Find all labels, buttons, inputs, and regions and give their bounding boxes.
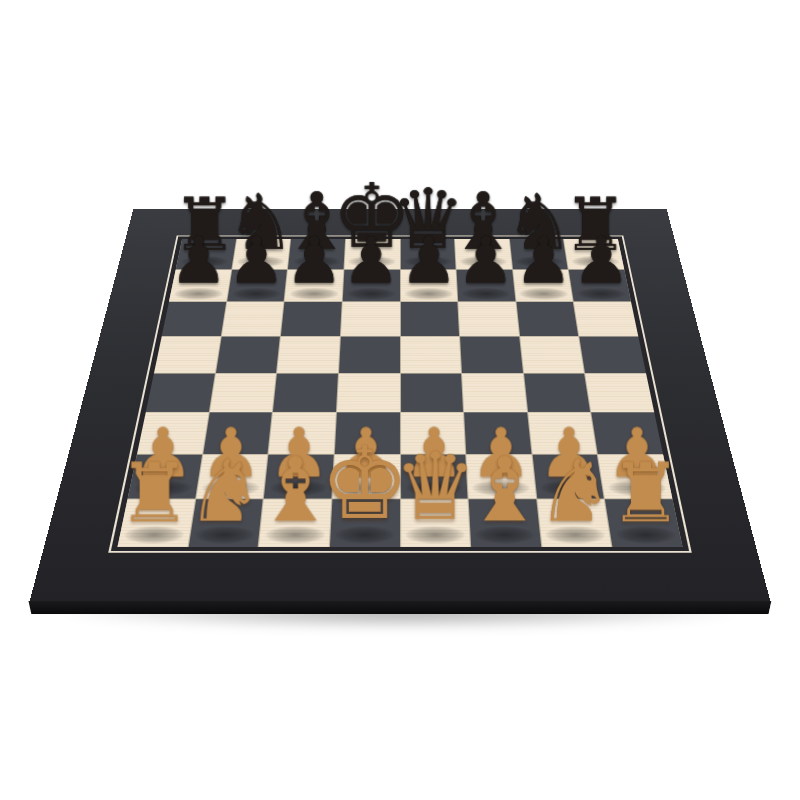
square-r2c7 (574, 302, 638, 336)
black-pawn: ♟ (285, 228, 343, 293)
square-r1c3: ♟ (343, 270, 400, 302)
chess-board-grid: ♜♞♝♚♛♝♞♜♟♟♟♟♟♟♟♟♟♟♟♟♟♟♟♟♜♞♝♚♛♝♞♜ (117, 239, 682, 547)
black-pawn: ♟ (400, 228, 458, 293)
square-r7c4: ♛ (401, 499, 471, 546)
square-r7c5: ♝ (469, 499, 541, 546)
board-front-edge (28, 601, 771, 614)
square-r7c3: ♚ (330, 499, 400, 546)
black-pawn: ♟ (457, 228, 515, 293)
square-r7c6: ♞ (537, 499, 612, 546)
playing-area: ♜♞♝♚♛♝♞♜♟♟♟♟♟♟♟♟♟♟♟♟♟♟♟♟♜♞♝♚♛♝♞♜ (108, 236, 692, 553)
square-r2c5 (458, 302, 519, 336)
square-r4c3 (337, 373, 400, 412)
square-r4c4 (401, 373, 464, 412)
white-rook: ♜ (609, 452, 682, 534)
square-r1c6: ♟ (513, 270, 573, 302)
white-bishop: ♝ (465, 446, 545, 535)
square-r1c5: ♟ (457, 270, 516, 302)
black-pawn: ♟ (515, 228, 573, 293)
square-r2c3 (341, 302, 400, 336)
square-r1c0: ♟ (169, 270, 231, 302)
square-r2c2 (281, 302, 342, 336)
square-r4c2 (273, 373, 338, 412)
square-r7c7: ♜ (605, 499, 682, 546)
black-pawn: ♟ (342, 228, 400, 293)
square-r3c6 (520, 337, 584, 373)
square-r3c7 (580, 337, 646, 373)
square-r1c2: ♟ (285, 270, 344, 302)
square-r2c1 (221, 302, 283, 336)
square-r4c6 (524, 373, 591, 412)
square-r3c4 (400, 337, 461, 373)
square-r3c1 (216, 337, 280, 373)
white-knight: ♞ (537, 448, 615, 534)
square-r3c5 (460, 337, 523, 373)
square-r4c7 (585, 373, 654, 412)
square-r2c0 (162, 302, 226, 336)
square-r1c7: ♟ (569, 270, 631, 302)
black-pawn: ♟ (227, 228, 285, 293)
chess-board-frame: ♜♞♝♚♛♝♞♜♟♟♟♟♟♟♟♟♟♟♟♟♟♟♟♟♜♞♝♚♛♝♞♜ (30, 209, 771, 601)
black-pawn: ♟ (170, 228, 228, 293)
square-r3c3 (339, 337, 400, 373)
white-rook: ♜ (118, 452, 191, 534)
square-r4c0 (146, 373, 215, 412)
square-r1c1: ♟ (227, 270, 287, 302)
square-r3c2 (277, 337, 340, 373)
square-r4c1 (210, 373, 277, 412)
square-r2c6 (516, 302, 578, 336)
square-r3c0 (154, 337, 220, 373)
white-knight: ♞ (186, 448, 264, 534)
square-r7c1: ♞ (188, 499, 263, 546)
square-r4c5 (462, 373, 527, 412)
product-photo-scene: ♜♞♝♚♛♝♞♜♟♟♟♟♟♟♟♟♟♟♟♟♟♟♟♟♜♞♝♚♛♝♞♜ (0, 0, 800, 800)
square-r1c4: ♟ (400, 270, 457, 302)
square-r7c0: ♜ (117, 499, 194, 546)
square-r2c4 (400, 302, 459, 336)
black-pawn: ♟ (572, 228, 630, 293)
